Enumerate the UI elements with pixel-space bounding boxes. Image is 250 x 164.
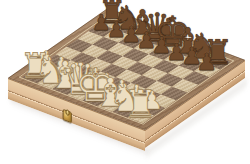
piece-white-rook[interactable]: ♜ xyxy=(122,86,160,124)
piece-black-pawn[interactable]: ♟ xyxy=(195,51,219,75)
pieces-layer: ♜♞♝♛♚♝♞♜♟♟♟♟♟♟♟♟♟♟♟♟♟♟♟♟♜♞♝♛♚♝♞♜ xyxy=(0,0,250,164)
chess-set-scene: ♜♞♝♛♚♝♞♜♟♟♟♟♟♟♟♟♟♟♟♟♟♟♟♟♜♞♝♛♚♝♞♜ xyxy=(0,0,250,164)
